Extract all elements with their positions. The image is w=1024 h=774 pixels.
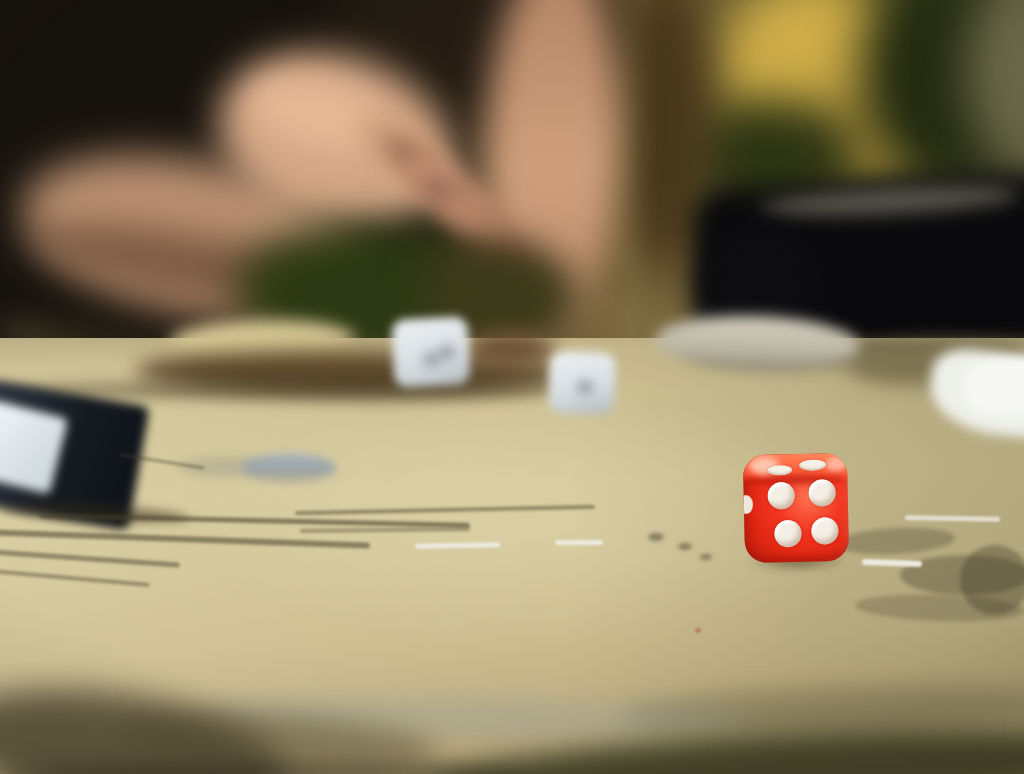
die-top-pip bbox=[798, 459, 825, 471]
white-die-pip-hint bbox=[423, 352, 440, 367]
blurred-white-die bbox=[548, 351, 616, 415]
die-front-pip bbox=[811, 517, 839, 545]
red-die bbox=[744, 454, 848, 562]
die-front-pip bbox=[808, 479, 836, 507]
paint-chip bbox=[555, 540, 603, 545]
red-speck bbox=[695, 628, 701, 633]
photo-dice-scene bbox=[0, 0, 1024, 774]
white-die-pip-hint bbox=[577, 380, 593, 395]
wood-speck bbox=[700, 554, 712, 560]
far-table-shadow-band-2 bbox=[465, 330, 555, 368]
blurred-coin-token bbox=[242, 453, 336, 483]
die-front-pip bbox=[774, 519, 802, 547]
paper-right-highlight bbox=[965, 360, 1024, 415]
wood-speck bbox=[678, 543, 692, 550]
die-front-pip bbox=[767, 482, 795, 510]
die-body bbox=[743, 453, 849, 563]
white-die-pip-hint bbox=[439, 345, 456, 360]
die-front-face bbox=[743, 453, 849, 563]
blurred-white-die bbox=[391, 316, 470, 388]
wood-speck bbox=[648, 533, 664, 541]
